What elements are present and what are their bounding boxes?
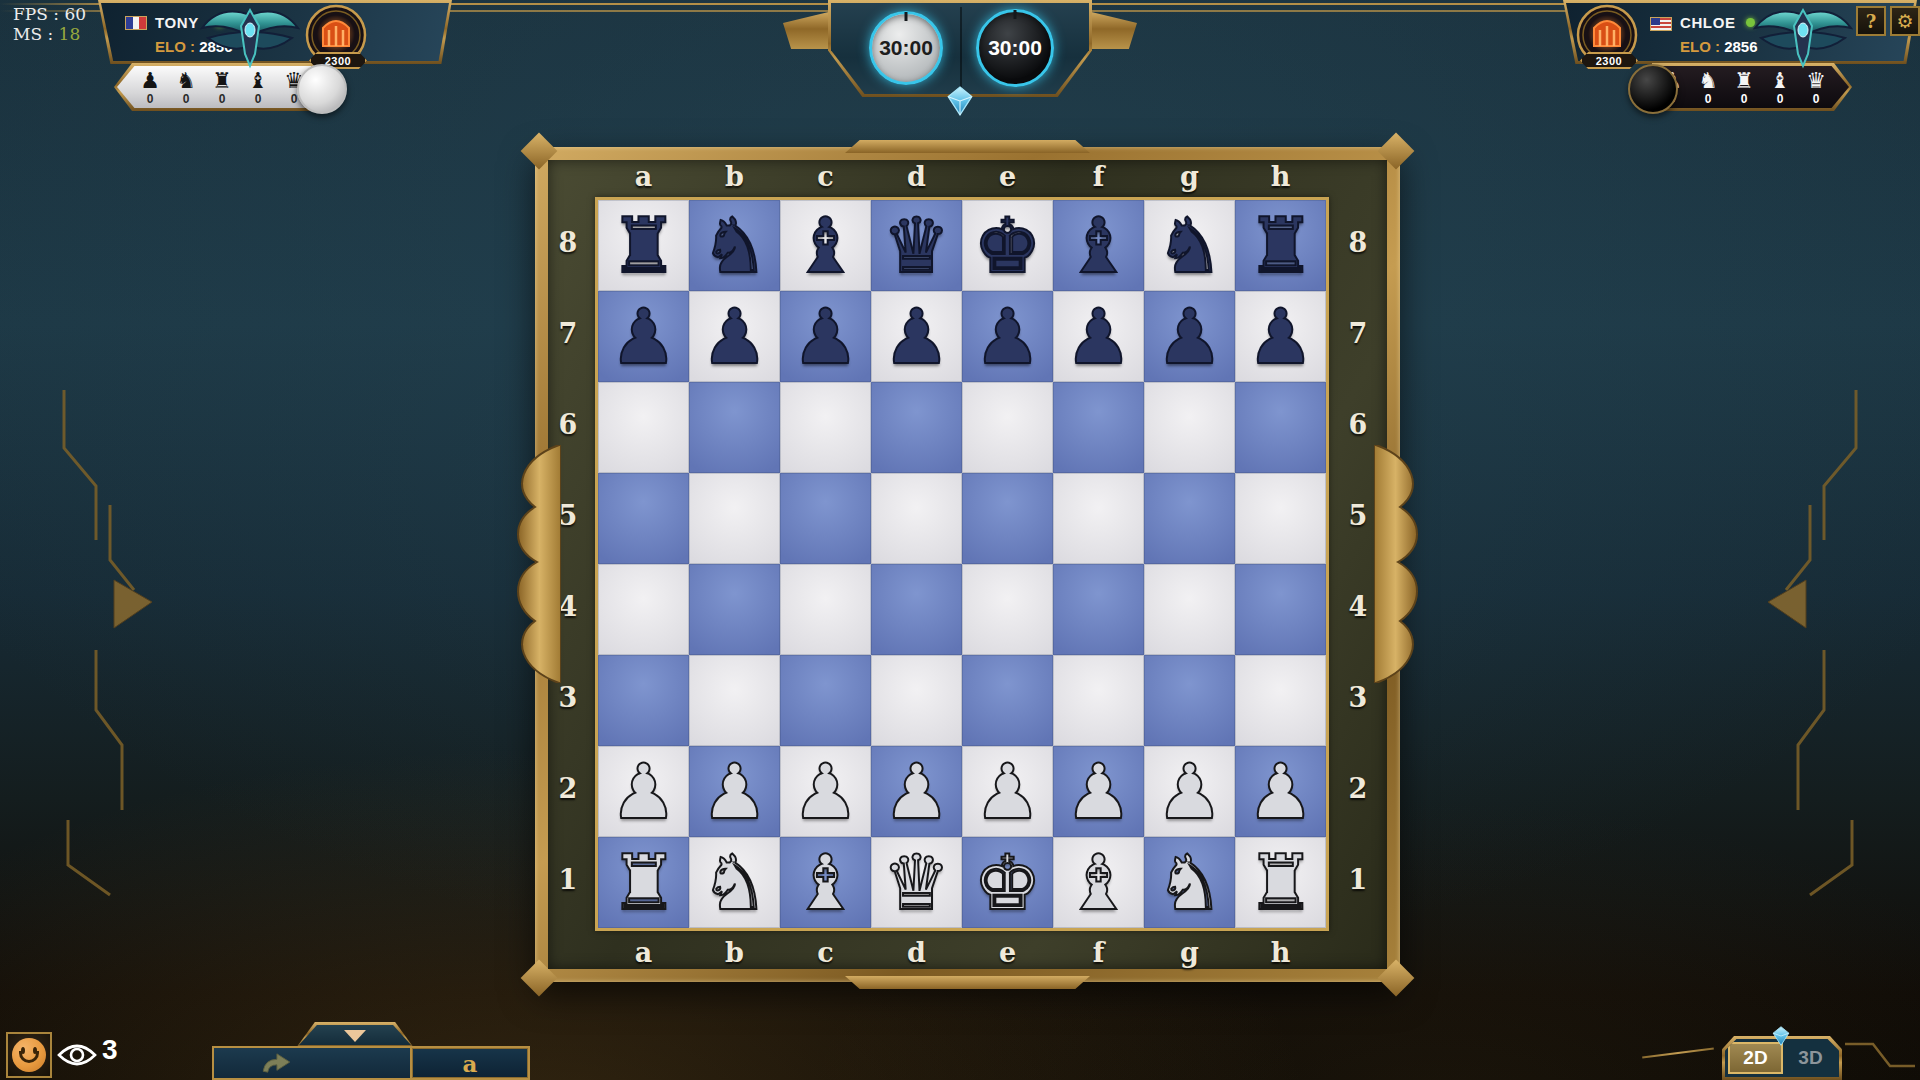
- eye-icon: [56, 1042, 98, 1068]
- player-name-white: TONY: [155, 14, 199, 31]
- square-h1[interactable]: ♜: [1235, 837, 1326, 928]
- square-h3[interactable]: [1235, 655, 1326, 746]
- coord-label-7: 7: [1328, 288, 1388, 379]
- square-e5[interactable]: [962, 473, 1053, 564]
- captured-count: 0: [147, 93, 154, 105]
- coord-label-a: a: [598, 158, 689, 194]
- elo-label: ELO :: [1680, 38, 1720, 55]
- black-rook[interactable]: ♜: [609, 200, 677, 291]
- board-wing-ornament-left: [505, 445, 561, 683]
- tray-item: ♞0: [1695, 70, 1722, 105]
- board-grid-border: ♜♞♝♛♚♝♞♜♟♟♟♟♟♟♟♟♟♟♟♟♟♟♟♟♜♞♝♛♚♝♞♜: [595, 197, 1329, 931]
- coord-label-h: h: [1235, 934, 1326, 970]
- square-f2[interactable]: ♟: [1053, 746, 1144, 837]
- square-f4[interactable]: [1053, 564, 1144, 655]
- coord-label-8: 8: [1328, 197, 1388, 288]
- spectator-count: 3: [102, 1034, 118, 1066]
- white-bishop[interactable]: ♝: [1064, 837, 1132, 928]
- square-f7[interactable]: ♟: [1053, 291, 1144, 382]
- coord-label-c: c: [780, 158, 871, 194]
- footer-trim-line: [1642, 1048, 1714, 1059]
- square-h8[interactable]: ♜: [1235, 200, 1326, 291]
- chess-board-frame: abcdefgh abcdefgh 87654321 87654321 ♜♞♝♛…: [535, 147, 1400, 982]
- square-c3[interactable]: [780, 655, 871, 746]
- elo-label: ELO :: [155, 38, 195, 55]
- coord-label-1: 1: [543, 834, 593, 925]
- coord-label-7: 7: [543, 288, 593, 379]
- square-b4[interactable]: [689, 564, 780, 655]
- view-2d-button[interactable]: 2D: [1728, 1042, 1783, 1074]
- rating-badge-value: 2300: [1580, 52, 1638, 69]
- white-pawn[interactable]: ♟: [1155, 746, 1223, 837]
- white-bishop[interactable]: ♝: [791, 837, 859, 928]
- coord-label-g: g: [1144, 934, 1235, 970]
- player-elo-black: ELO : 2856: [1680, 38, 1758, 55]
- white-pawn[interactable]: ♟: [1064, 746, 1132, 837]
- square-c7[interactable]: ♟: [780, 291, 871, 382]
- captured-piece-icon: ♞: [1698, 70, 1718, 92]
- black-pawn[interactable]: ♟: [1155, 291, 1223, 382]
- square-e1[interactable]: ♚: [962, 837, 1053, 928]
- coord-label-d: d: [871, 934, 962, 970]
- square-a8[interactable]: ♜: [598, 200, 689, 291]
- square-d4[interactable]: [871, 564, 962, 655]
- square-b6[interactable]: [689, 382, 780, 473]
- game-screen: FPS : 60 MS : 18 TONY ELO : 2856: [0, 0, 1920, 1080]
- white-queen[interactable]: ♛: [882, 837, 950, 928]
- black-bishop[interactable]: ♝: [791, 200, 859, 291]
- white-pawn[interactable]: ♟: [609, 746, 677, 837]
- coord-label-a: a: [598, 934, 689, 970]
- white-king[interactable]: ♚: [973, 837, 1041, 928]
- white-rook[interactable]: ♜: [1246, 837, 1314, 928]
- coord-label-b: b: [689, 934, 780, 970]
- square-a3[interactable]: [598, 655, 689, 746]
- fps-label: FPS :: [13, 4, 59, 24]
- square-g1[interactable]: ♞: [1144, 837, 1235, 928]
- fps-value: 60: [64, 4, 86, 24]
- square-d8[interactable]: ♛: [871, 200, 962, 291]
- captured-piece-icon: ♞: [176, 70, 196, 92]
- coord-label-2: 2: [543, 743, 593, 834]
- square-e6[interactable]: [962, 382, 1053, 473]
- square-b2[interactable]: ♟: [689, 746, 780, 837]
- square-a4[interactable]: [598, 564, 689, 655]
- captured-count: 0: [291, 93, 298, 105]
- move-panel-notch[interactable]: [296, 1022, 414, 1048]
- coord-label-e: e: [962, 934, 1053, 970]
- redo-arrow-icon: [258, 1052, 294, 1074]
- white-knight[interactable]: ♞: [700, 837, 768, 928]
- square-e4[interactable]: [962, 564, 1053, 655]
- black-rook[interactable]: ♜: [1246, 200, 1314, 291]
- captured-count: 0: [1741, 93, 1748, 105]
- square-a1[interactable]: ♜: [598, 837, 689, 928]
- side-ball-black: [1628, 64, 1678, 114]
- coord-label-g: g: [1144, 158, 1235, 194]
- black-king[interactable]: ♚: [973, 200, 1041, 291]
- white-rook[interactable]: ♜: [609, 837, 677, 928]
- coord-label-c: c: [780, 934, 871, 970]
- square-a6[interactable]: [598, 382, 689, 473]
- ms-label: MS :: [13, 24, 53, 44]
- square-h4[interactable]: [1235, 564, 1326, 655]
- square-b3[interactable]: [689, 655, 780, 746]
- square-e8[interactable]: ♚: [962, 200, 1053, 291]
- performance-stats: FPS : 60 MS : 18: [13, 4, 86, 44]
- coord-label-e: e: [962, 158, 1053, 194]
- square-f6[interactable]: [1053, 382, 1144, 473]
- view-3d-button[interactable]: 3D: [1785, 1042, 1836, 1074]
- square-d2[interactable]: ♟: [871, 746, 962, 837]
- square-g7[interactable]: ♟: [1144, 291, 1235, 382]
- rank-crest-icon-white: [200, 2, 300, 78]
- move-entry-bar: a: [212, 1046, 530, 1080]
- black-knight[interactable]: ♞: [700, 200, 768, 291]
- square-h7[interactable]: ♟: [1235, 291, 1326, 382]
- coord-label-f: f: [1053, 934, 1144, 970]
- black-bishop[interactable]: ♝: [1064, 200, 1132, 291]
- board-wing-ornament-right: [1374, 445, 1430, 683]
- square-b1[interactable]: ♞: [689, 837, 780, 928]
- submit-move-button[interactable]: [214, 1048, 410, 1078]
- captured-count: 0: [1705, 93, 1712, 105]
- board-frame-tab-bottom: [845, 976, 1090, 989]
- square-a7[interactable]: ♟: [598, 291, 689, 382]
- settings-button[interactable]: ⚙: [1890, 6, 1920, 36]
- player-name-black: CHLOE: [1680, 14, 1736, 31]
- captured-piece-icon: ♜: [1734, 70, 1754, 92]
- square-a2[interactable]: ♟: [598, 746, 689, 837]
- black-pawn[interactable]: ♟: [791, 291, 859, 382]
- square-b7[interactable]: ♟: [689, 291, 780, 382]
- black-pawn[interactable]: ♟: [973, 291, 1041, 382]
- help-label: ?: [1866, 11, 1877, 32]
- square-g5[interactable]: [1144, 473, 1235, 564]
- white-pawn[interactable]: ♟: [973, 746, 1041, 837]
- gem-icon-small: [1770, 1026, 1792, 1046]
- square-c6[interactable]: [780, 382, 871, 473]
- gem-icon: [947, 86, 973, 116]
- captured-count: 0: [255, 93, 262, 105]
- black-knight[interactable]: ♞: [1155, 200, 1223, 291]
- files-bottom: abcdefgh: [598, 934, 1326, 970]
- square-c4[interactable]: [780, 564, 871, 655]
- coord-label-d: d: [871, 158, 962, 194]
- coord-label-8: 8: [543, 197, 593, 288]
- black-pawn[interactable]: ♟: [882, 291, 950, 382]
- tray-item: ♞0: [173, 70, 200, 105]
- captured-count: 0: [1813, 93, 1820, 105]
- black-pawn[interactable]: ♟: [609, 291, 677, 382]
- white-pawn[interactable]: ♟: [1246, 746, 1314, 837]
- chevron-down-icon: [344, 1030, 366, 1042]
- square-g6[interactable]: [1144, 382, 1235, 473]
- white-knight[interactable]: ♞: [1155, 837, 1223, 928]
- captured-piece-icon: ♟: [140, 70, 160, 92]
- square-h5[interactable]: [1235, 473, 1326, 564]
- square-d5[interactable]: [871, 473, 962, 564]
- captured-count: 0: [1777, 93, 1784, 105]
- square-f5[interactable]: [1053, 473, 1144, 564]
- square-g2[interactable]: ♟: [1144, 746, 1235, 837]
- captured-count: 0: [219, 93, 226, 105]
- background-ornament-right: [1748, 390, 1868, 900]
- square-d1[interactable]: ♛: [871, 837, 962, 928]
- captured-count: 0: [183, 93, 190, 105]
- square-c5[interactable]: [780, 473, 871, 564]
- ms-value: 18: [59, 24, 81, 44]
- help-button[interactable]: ?: [1856, 6, 1886, 36]
- square-d3[interactable]: [871, 655, 962, 746]
- square-c8[interactable]: ♝: [780, 200, 871, 291]
- square-h6[interactable]: [1235, 382, 1326, 473]
- white-pawn[interactable]: ♟: [700, 746, 768, 837]
- square-c2[interactable]: ♟: [780, 746, 871, 837]
- board-frame-tab-top: [845, 140, 1090, 153]
- square-b8[interactable]: ♞: [689, 200, 780, 291]
- smiley-icon: [12, 1038, 46, 1072]
- square-e3[interactable]: [962, 655, 1053, 746]
- footer-ornament-right: [1845, 1038, 1915, 1072]
- usa-flag-icon: [1650, 17, 1672, 31]
- square-f1[interactable]: ♝: [1053, 837, 1144, 928]
- background-ornament-left: [52, 390, 172, 900]
- coord-label-h: h: [1235, 158, 1326, 194]
- coord-label-b: b: [689, 158, 780, 194]
- france-flag-icon: [125, 16, 147, 30]
- square-d7[interactable]: ♟: [871, 291, 962, 382]
- rating-badge-black: 2300: [1576, 4, 1642, 76]
- rank-crest-icon-black: [1753, 2, 1853, 78]
- black-queen[interactable]: ♛: [882, 200, 950, 291]
- square-g4[interactable]: [1144, 564, 1235, 655]
- coord-label-1: 1: [1328, 834, 1388, 925]
- white-pawn[interactable]: ♟: [882, 746, 950, 837]
- square-g8[interactable]: ♞: [1144, 200, 1235, 291]
- square-g3[interactable]: [1144, 655, 1235, 746]
- square-e7[interactable]: ♟: [962, 291, 1053, 382]
- square-f3[interactable]: [1053, 655, 1144, 746]
- square-b5[interactable]: [689, 473, 780, 564]
- square-d6[interactable]: [871, 382, 962, 473]
- clock-black: 30:00: [976, 9, 1054, 87]
- black-pawn[interactable]: ♟: [1064, 291, 1132, 382]
- files-top: abcdefgh: [598, 158, 1326, 194]
- board-squares: ♜♞♝♛♚♝♞♜♟♟♟♟♟♟♟♟♟♟♟♟♟♟♟♟♜♞♝♛♚♝♞♜: [598, 200, 1326, 928]
- black-pawn[interactable]: ♟: [700, 291, 768, 382]
- coord-label-2: 2: [1328, 743, 1388, 834]
- gear-icon: ⚙: [1896, 10, 1913, 32]
- clock-divider: [960, 7, 962, 90]
- white-pawn[interactable]: ♟: [791, 746, 859, 837]
- square-e2[interactable]: ♟: [962, 746, 1053, 837]
- square-c1[interactable]: ♝: [780, 837, 871, 928]
- move-input-field[interactable]: a: [410, 1048, 528, 1078]
- square-f8[interactable]: ♝: [1053, 200, 1144, 291]
- square-a5[interactable]: [598, 473, 689, 564]
- square-h2[interactable]: ♟: [1235, 746, 1326, 837]
- coord-label-f: f: [1053, 158, 1144, 194]
- tray-item: ♟0: [137, 70, 164, 105]
- side-ball-white: [297, 64, 347, 114]
- clock-white: 30:00: [869, 11, 943, 85]
- emote-button[interactable]: [6, 1032, 52, 1078]
- black-pawn[interactable]: ♟: [1246, 291, 1314, 382]
